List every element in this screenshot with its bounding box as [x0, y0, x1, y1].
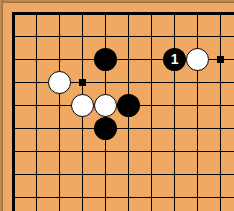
- board-intersection-grid: 1: [1, 1, 232, 209]
- white-stone: [94, 94, 117, 117]
- white-stone-cell: [48, 71, 71, 94]
- white-stone-cell: [94, 94, 117, 117]
- white-stone: [48, 71, 71, 94]
- black-stone: [94, 48, 117, 71]
- black-stone-cell: [117, 94, 140, 117]
- black-stone: [94, 117, 117, 140]
- black-stone-cell: [94, 48, 117, 71]
- white-stone: [186, 48, 209, 71]
- square-marker: [79, 79, 86, 86]
- move-1-black-stone: 1: [163, 48, 186, 71]
- white-stone-cell: [71, 94, 94, 117]
- square-marker-cell: [209, 48, 232, 71]
- move-number-label: 1: [171, 52, 179, 66]
- black-stone-cell: [94, 117, 117, 140]
- go-board-diagram: 1: [0, 0, 234, 211]
- square-marker-cell: [71, 71, 94, 94]
- white-stone-cell: [186, 48, 209, 71]
- square-marker: [217, 56, 224, 63]
- black-stone: [117, 94, 140, 117]
- move-1-black-stone-cell: 1: [163, 48, 186, 71]
- white-stone: [71, 94, 94, 117]
